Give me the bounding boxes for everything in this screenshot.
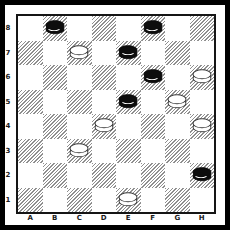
square-e2[interactable]: [116, 163, 141, 188]
piece-top: [192, 119, 211, 129]
square-a1[interactable]: [18, 188, 43, 213]
file-label-B: B: [43, 213, 68, 223]
square-g6[interactable]: [165, 65, 190, 90]
rank-label-1: 1: [2, 188, 14, 213]
square-g1[interactable]: [165, 188, 190, 213]
square-b8[interactable]: [43, 16, 68, 41]
square-f5[interactable]: [141, 90, 166, 115]
white-man-c7[interactable]: [70, 45, 89, 59]
square-g2[interactable]: [165, 163, 190, 188]
piece-highlight: [145, 22, 160, 32]
square-c7[interactable]: [67, 41, 92, 66]
square-g3[interactable]: [165, 139, 190, 164]
square-d5[interactable]: [92, 90, 117, 115]
rank-label-7: 7: [2, 41, 14, 66]
rank-label-2: 2: [2, 163, 14, 188]
white-man-d4[interactable]: [94, 119, 113, 133]
rank-label-8: 8: [2, 16, 14, 41]
square-h1[interactable]: [190, 188, 215, 213]
piece-highlight: [120, 46, 135, 56]
square-h8[interactable]: [190, 16, 215, 41]
rank-label-3: 3: [2, 139, 14, 164]
square-e6[interactable]: [116, 65, 141, 90]
file-labels: ABCDEFGH: [18, 213, 214, 223]
square-b6[interactable]: [43, 65, 68, 90]
piece-highlight: [120, 95, 135, 105]
piece-top: [70, 143, 89, 153]
piece-top: [94, 119, 113, 129]
black-man-f6[interactable]: [143, 70, 162, 84]
square-b2[interactable]: [43, 163, 68, 188]
square-h2[interactable]: [190, 163, 215, 188]
piece-top: [168, 94, 187, 104]
square-a5[interactable]: [18, 90, 43, 115]
square-a4[interactable]: [18, 114, 43, 139]
white-man-e1[interactable]: [119, 192, 138, 206]
black-man-f8[interactable]: [143, 21, 162, 35]
square-d8[interactable]: [92, 16, 117, 41]
square-e4[interactable]: [116, 114, 141, 139]
square-c3[interactable]: [67, 139, 92, 164]
square-a6[interactable]: [18, 65, 43, 90]
rank-labels: 87654321: [2, 16, 14, 212]
square-f8[interactable]: [141, 16, 166, 41]
square-f7[interactable]: [141, 41, 166, 66]
black-man-b8[interactable]: [45, 21, 64, 35]
square-f3[interactable]: [141, 139, 166, 164]
square-d4[interactable]: [92, 114, 117, 139]
square-b7[interactable]: [43, 41, 68, 66]
square-h3[interactable]: [190, 139, 215, 164]
square-a3[interactable]: [18, 139, 43, 164]
square-e8[interactable]: [116, 16, 141, 41]
square-e1[interactable]: [116, 188, 141, 213]
square-b3[interactable]: [43, 139, 68, 164]
square-h7[interactable]: [190, 41, 215, 66]
piece-highlight: [194, 169, 209, 179]
white-man-h6[interactable]: [192, 70, 211, 84]
square-g8[interactable]: [165, 16, 190, 41]
square-g7[interactable]: [165, 41, 190, 66]
checkers-board: [16, 14, 216, 214]
piece-top: [192, 70, 211, 80]
file-label-A: A: [18, 213, 43, 223]
rank-label-5: 5: [2, 90, 14, 115]
square-c1[interactable]: [67, 188, 92, 213]
square-b4[interactable]: [43, 114, 68, 139]
square-d1[interactable]: [92, 188, 117, 213]
square-c6[interactable]: [67, 65, 92, 90]
file-label-H: H: [190, 213, 215, 223]
file-label-G: G: [165, 213, 190, 223]
square-h6[interactable]: [190, 65, 215, 90]
piece-top: [119, 192, 138, 202]
piece-top: [70, 45, 89, 55]
file-label-C: C: [67, 213, 92, 223]
square-a8[interactable]: [18, 16, 43, 41]
square-f1[interactable]: [141, 188, 166, 213]
square-f2[interactable]: [141, 163, 166, 188]
square-g5[interactable]: [165, 90, 190, 115]
square-f6[interactable]: [141, 65, 166, 90]
square-f4[interactable]: [141, 114, 166, 139]
square-c5[interactable]: [67, 90, 92, 115]
square-d3[interactable]: [92, 139, 117, 164]
rank-label-4: 4: [2, 114, 14, 139]
square-h5[interactable]: [190, 90, 215, 115]
black-man-h2[interactable]: [192, 168, 211, 182]
file-label-E: E: [116, 213, 141, 223]
square-a2[interactable]: [18, 163, 43, 188]
white-man-g5[interactable]: [168, 94, 187, 108]
square-b5[interactable]: [43, 90, 68, 115]
square-d2[interactable]: [92, 163, 117, 188]
white-man-h4[interactable]: [192, 119, 211, 133]
square-c2[interactable]: [67, 163, 92, 188]
file-label-F: F: [141, 213, 166, 223]
square-g4[interactable]: [165, 114, 190, 139]
square-d7[interactable]: [92, 41, 117, 66]
white-man-c3[interactable]: [70, 143, 89, 157]
square-h4[interactable]: [190, 114, 215, 139]
piece-highlight: [145, 71, 160, 81]
rank-label-6: 6: [2, 65, 14, 90]
piece-highlight: [47, 22, 62, 32]
black-man-e5[interactable]: [119, 94, 138, 108]
square-c4[interactable]: [67, 114, 92, 139]
square-a7[interactable]: [18, 41, 43, 66]
square-e7[interactable]: [116, 41, 141, 66]
square-e3[interactable]: [116, 139, 141, 164]
square-d6[interactable]: [92, 65, 117, 90]
square-c8[interactable]: [67, 16, 92, 41]
square-b1[interactable]: [43, 188, 68, 213]
file-label-D: D: [92, 213, 117, 223]
black-man-e7[interactable]: [119, 45, 138, 59]
square-e5[interactable]: [116, 90, 141, 115]
